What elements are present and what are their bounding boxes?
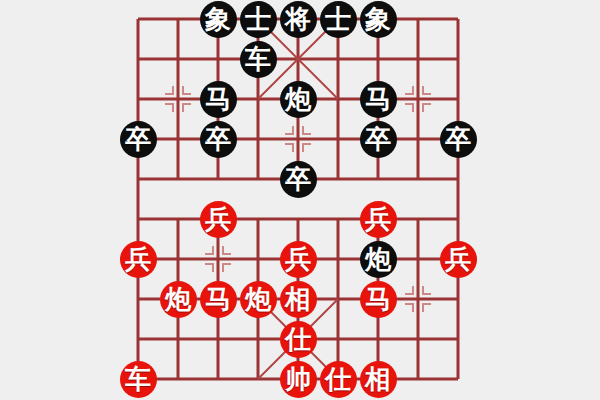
piece-black-soldier[interactable]: 卒 <box>440 121 477 158</box>
point-marker <box>285 144 293 152</box>
piece-red-elephant[interactable]: 相 <box>360 361 397 398</box>
piece-black-soldier[interactable]: 卒 <box>360 121 397 158</box>
point-marker <box>405 286 413 294</box>
point-marker <box>423 286 431 294</box>
point-marker <box>165 86 173 94</box>
piece-black-soldier[interactable]: 卒 <box>200 121 237 158</box>
point-marker <box>405 104 413 112</box>
piece-black-cannon[interactable]: 炮 <box>360 241 397 278</box>
piece-black-soldier[interactable]: 卒 <box>280 161 317 198</box>
point-marker <box>303 144 311 152</box>
point-marker <box>405 304 413 312</box>
point-marker <box>223 264 231 272</box>
piece-red-horse[interactable]: 马 <box>200 281 237 318</box>
piece-black-cannon[interactable]: 炮 <box>280 81 317 118</box>
piece-red-soldier[interactable]: 兵 <box>120 241 157 278</box>
point-marker <box>405 86 413 94</box>
point-marker <box>423 86 431 94</box>
point-marker <box>165 104 173 112</box>
piece-red-horse[interactable]: 马 <box>360 281 397 318</box>
piece-red-chariot[interactable]: 车 <box>120 361 157 398</box>
point-marker <box>423 104 431 112</box>
piece-red-cannon[interactable]: 炮 <box>240 281 277 318</box>
piece-red-general[interactable]: 帅 <box>280 361 317 398</box>
point-marker <box>303 126 311 134</box>
point-marker <box>205 246 213 254</box>
piece-red-soldier[interactable]: 兵 <box>440 241 477 278</box>
piece-red-advisor[interactable]: 仕 <box>320 361 357 398</box>
point-marker <box>223 246 231 254</box>
piece-red-soldier[interactable]: 兵 <box>280 241 317 278</box>
xiangqi-board[interactable]: 象士将士象车马炮马卒卒卒卒卒兵兵兵兵炮兵炮马炮相马仕车帅仕相 <box>0 0 600 400</box>
point-marker <box>285 126 293 134</box>
piece-black-horse[interactable]: 马 <box>200 81 237 118</box>
piece-red-soldier[interactable]: 兵 <box>200 201 237 238</box>
piece-black-soldier[interactable]: 卒 <box>120 121 157 158</box>
piece-black-chariot[interactable]: 车 <box>240 41 277 78</box>
point-marker <box>183 104 191 112</box>
piece-black-general[interactable]: 将 <box>280 1 317 38</box>
piece-red-cannon[interactable]: 炮 <box>160 281 197 318</box>
piece-red-elephant[interactable]: 相 <box>280 281 317 318</box>
piece-black-horse[interactable]: 马 <box>360 81 397 118</box>
piece-black-elephant[interactable]: 象 <box>360 1 397 38</box>
piece-red-advisor[interactable]: 仕 <box>280 321 317 358</box>
piece-black-elephant[interactable]: 象 <box>200 1 237 38</box>
point-marker <box>183 86 191 94</box>
screenshot-canvas: 象士将士象车马炮马卒卒卒卒卒兵兵兵兵炮兵炮马炮相马仕车帅仕相 <box>0 0 600 400</box>
point-marker <box>205 264 213 272</box>
piece-red-soldier[interactable]: 兵 <box>360 201 397 238</box>
piece-black-advisor[interactable]: 士 <box>320 1 357 38</box>
point-marker <box>423 304 431 312</box>
piece-black-advisor[interactable]: 士 <box>240 1 277 38</box>
